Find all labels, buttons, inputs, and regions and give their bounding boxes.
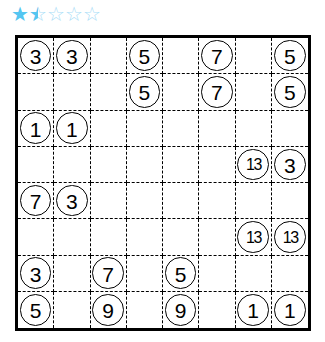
clue-circle: 9 xyxy=(165,294,197,326)
cell-r3c3[interactable] xyxy=(91,111,127,147)
difficulty-stars: ★☆★☆☆☆ xyxy=(11,4,101,26)
cell-r3c6[interactable] xyxy=(199,111,235,147)
cell-r5c2[interactable]: 3 xyxy=(54,183,90,219)
cell-r8c8[interactable]: 1 xyxy=(272,292,308,328)
cell-r6c8[interactable]: 13 xyxy=(272,219,308,255)
cell-r1c1[interactable]: 3 xyxy=(18,38,54,74)
clue-number: 3 xyxy=(284,154,296,175)
clue-circle: 3 xyxy=(274,149,306,181)
clue-circle: 5 xyxy=(274,40,306,72)
cell-r5c4[interactable] xyxy=(127,183,163,219)
clue-circle: 1 xyxy=(274,294,306,326)
cell-r8c7[interactable]: 1 xyxy=(236,292,272,328)
clue-circle: 7 xyxy=(20,185,52,217)
clue-number: 5 xyxy=(284,82,296,103)
star-icon-empty: ☆ xyxy=(47,4,65,26)
clue-number: 13 xyxy=(283,229,298,245)
star-icon-empty: ☆ xyxy=(65,4,83,26)
star-icon-half: ☆★ xyxy=(29,4,47,26)
cell-r3c5[interactable] xyxy=(163,111,199,147)
cell-r8c1[interactable]: 5 xyxy=(18,292,54,328)
clue-number: 5 xyxy=(30,300,42,321)
clue-number: 9 xyxy=(175,300,187,321)
cell-r2c6[interactable]: 7 xyxy=(199,74,235,110)
clue-number: 3 xyxy=(66,191,78,212)
cell-r2c7[interactable] xyxy=(236,74,272,110)
cell-r6c2[interactable] xyxy=(54,219,90,255)
cell-r2c2[interactable] xyxy=(54,74,90,110)
cell-r3c1[interactable]: 1 xyxy=(18,111,54,147)
cell-r5c6[interactable] xyxy=(199,183,235,219)
clue-number: 7 xyxy=(211,46,223,67)
clue-circle: 5 xyxy=(274,76,306,108)
clue-circle: 7 xyxy=(92,257,124,289)
clue-circle: 3 xyxy=(20,40,52,72)
cell-r6c1[interactable] xyxy=(18,219,54,255)
cell-r2c1[interactable] xyxy=(18,74,54,110)
clue-circle: 13 xyxy=(274,221,306,253)
cell-r1c6[interactable]: 7 xyxy=(199,38,235,74)
clue-number: 5 xyxy=(284,46,296,67)
cell-r8c4[interactable] xyxy=(127,292,163,328)
clue-circle: 5 xyxy=(129,40,161,72)
star-icon-empty: ☆ xyxy=(83,4,101,26)
cell-r7c7[interactable] xyxy=(236,256,272,292)
cell-r8c5[interactable]: 9 xyxy=(163,292,199,328)
clue-number: 3 xyxy=(30,263,42,284)
cell-r7c6[interactable] xyxy=(199,256,235,292)
cell-r7c8[interactable] xyxy=(272,256,308,292)
cell-r6c5[interactable] xyxy=(163,219,199,255)
cell-r4c6[interactable] xyxy=(199,147,235,183)
cell-r2c8[interactable]: 5 xyxy=(272,74,308,110)
cell-r7c5[interactable]: 5 xyxy=(163,256,199,292)
clue-circle: 3 xyxy=(56,185,88,217)
clue-circle: 13 xyxy=(237,221,269,253)
clue-number: 1 xyxy=(66,118,78,139)
clue-number: 1 xyxy=(247,300,259,321)
cell-r2c5[interactable] xyxy=(163,74,199,110)
clue-number: 7 xyxy=(211,82,223,103)
cell-r4c7[interactable]: 13 xyxy=(236,147,272,183)
cell-r1c4[interactable]: 5 xyxy=(127,38,163,74)
clue-number: 7 xyxy=(102,263,114,284)
puzzle-page: { "game": "kurotto", "description": "8x8… xyxy=(0,0,325,342)
cell-r4c5[interactable] xyxy=(163,147,199,183)
clue-circle: 7 xyxy=(201,40,233,72)
clue-circle: 9 xyxy=(92,294,124,326)
cell-r2c3[interactable] xyxy=(91,74,127,110)
clue-circle: 1 xyxy=(237,294,269,326)
clue-number: 5 xyxy=(139,46,151,67)
clue-number: 1 xyxy=(30,118,42,139)
cell-r4c8[interactable]: 3 xyxy=(272,147,308,183)
cell-r5c5[interactable] xyxy=(163,183,199,219)
cell-r7c1[interactable]: 3 xyxy=(18,256,54,292)
cell-r7c2[interactable] xyxy=(54,256,90,292)
cell-r8c6[interactable] xyxy=(199,292,235,328)
clue-number: 13 xyxy=(246,157,261,173)
cell-r5c7[interactable] xyxy=(236,183,272,219)
cell-r6c6[interactable] xyxy=(199,219,235,255)
clue-circle: 13 xyxy=(237,149,269,181)
clue-number: 3 xyxy=(30,46,42,67)
cell-r1c2[interactable]: 3 xyxy=(54,38,90,74)
cell-r1c5[interactable] xyxy=(163,38,199,74)
puzzle-grid: 335755751113373131337559911 xyxy=(15,35,311,331)
clue-number: 3 xyxy=(66,46,78,67)
clue-circle: 1 xyxy=(20,112,52,144)
cell-r1c3[interactable] xyxy=(91,38,127,74)
cell-r6c3[interactable] xyxy=(91,219,127,255)
cell-r6c7[interactable]: 13 xyxy=(236,219,272,255)
cell-r1c7[interactable] xyxy=(236,38,272,74)
cell-r4c1[interactable] xyxy=(18,147,54,183)
clue-number: 1 xyxy=(284,300,296,321)
clue-number: 5 xyxy=(175,263,187,284)
cell-r5c1[interactable]: 7 xyxy=(18,183,54,219)
cell-r4c3[interactable] xyxy=(91,147,127,183)
cell-r3c8[interactable] xyxy=(272,111,308,147)
cell-r4c4[interactable] xyxy=(127,147,163,183)
clue-circle: 3 xyxy=(20,257,52,289)
clue-number: 7 xyxy=(30,191,42,212)
clue-number: 9 xyxy=(102,300,114,321)
cell-r5c3[interactable] xyxy=(91,183,127,219)
clue-number: 5 xyxy=(139,82,151,103)
cell-r1c8[interactable]: 5 xyxy=(272,38,308,74)
clue-circle: 3 xyxy=(56,40,88,72)
cell-r4c2[interactable] xyxy=(54,147,90,183)
cell-r8c2[interactable] xyxy=(54,292,90,328)
cell-r8c3[interactable]: 9 xyxy=(91,292,127,328)
star-icon-full: ★ xyxy=(11,4,29,26)
clue-circle: 5 xyxy=(20,294,52,326)
clue-number: 13 xyxy=(246,229,261,245)
cell-r3c7[interactable] xyxy=(236,111,272,147)
clue-circle: 5 xyxy=(165,257,197,289)
cell-r3c2[interactable]: 1 xyxy=(54,111,90,147)
cell-r6c4[interactable] xyxy=(127,219,163,255)
clue-circle: 5 xyxy=(129,76,161,108)
clue-circle: 1 xyxy=(56,112,88,144)
cell-r5c8[interactable] xyxy=(272,183,308,219)
cell-r7c3[interactable]: 7 xyxy=(91,256,127,292)
cell-r3c4[interactable] xyxy=(127,111,163,147)
cell-r2c4[interactable]: 5 xyxy=(127,74,163,110)
cell-r7c4[interactable] xyxy=(127,256,163,292)
clue-circle: 7 xyxy=(201,76,233,108)
